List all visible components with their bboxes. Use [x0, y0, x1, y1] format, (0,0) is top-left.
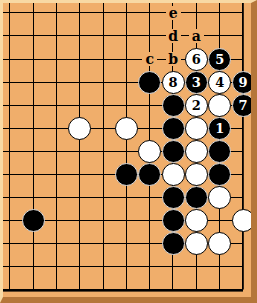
board-intersection [138, 232, 161, 255]
board-intersection [138, 3, 161, 25]
board-intersection [45, 255, 68, 278]
board-intersection [68, 278, 91, 297]
black-stone-7: 7 [232, 94, 252, 117]
black-stone [162, 140, 185, 163]
board-intersection [22, 117, 45, 140]
board-intersection [68, 3, 91, 25]
board-intersection [115, 94, 138, 117]
black-stone [162, 232, 185, 255]
board-intersection [45, 232, 68, 255]
board-intersection [208, 3, 231, 25]
board-intersection [115, 186, 138, 209]
board-intersection [45, 140, 68, 163]
board-intersection [68, 232, 91, 255]
board-intersection [45, 186, 68, 209]
board-intersection [231, 140, 251, 163]
board-intersection [92, 71, 115, 94]
board-intersection [231, 3, 251, 25]
black-stone [162, 186, 185, 209]
board-intersection [231, 232, 251, 255]
point-label-b: b [166, 52, 181, 66]
board-intersection [22, 140, 45, 163]
board-intersection [22, 232, 45, 255]
board-intersection [92, 94, 115, 117]
board-intersection [138, 209, 161, 232]
board-intersection [45, 3, 68, 25]
board-intersection [92, 278, 115, 297]
board-intersection [45, 25, 68, 48]
board-intersection [231, 278, 251, 297]
board-intersection [92, 163, 115, 186]
board-intersection [208, 209, 231, 232]
board-intersection [208, 255, 231, 278]
board-intersection [22, 48, 45, 71]
board-intersection [3, 186, 22, 209]
board-intersection [92, 25, 115, 48]
board-intersection [115, 25, 138, 48]
board-intersection [45, 117, 68, 140]
board-intersection [92, 232, 115, 255]
point-label-d: d [166, 29, 181, 43]
board-intersection [22, 25, 45, 48]
board-intersection [22, 3, 45, 25]
board-intersection [231, 48, 251, 71]
go-board: edacb658349271 [3, 3, 251, 297]
board-intersection [115, 71, 138, 94]
board-intersection [3, 163, 22, 186]
white-stone [185, 209, 208, 232]
board-intersection [115, 140, 138, 163]
board-intersection [68, 140, 91, 163]
board-intersection [68, 186, 91, 209]
board-intersection [138, 25, 161, 48]
board-intersection [92, 255, 115, 278]
board-intersection [231, 163, 251, 186]
board-intersection [22, 94, 45, 117]
board-intersection [92, 186, 115, 209]
board-intersection [3, 255, 22, 278]
black-stone [162, 94, 185, 117]
board-intersection [138, 255, 161, 278]
board-intersection [68, 71, 91, 94]
board-intersection [115, 255, 138, 278]
board-intersection [3, 48, 22, 71]
white-stone-2: 2 [185, 94, 208, 117]
board-intersection [231, 25, 251, 48]
board-intersection [92, 117, 115, 140]
board-intersection [68, 94, 91, 117]
board-intersection [115, 209, 138, 232]
board-intersection [68, 48, 91, 71]
black-stone [185, 186, 208, 209]
board-intersection [138, 117, 161, 140]
board-intersection [45, 163, 68, 186]
board-intersection [185, 3, 208, 25]
board-intersection [185, 278, 208, 297]
black-stone-5: 5 [208, 48, 231, 71]
board-intersection [138, 186, 161, 209]
white-stone-8: 8 [162, 71, 185, 94]
black-stone-9: 9 [232, 71, 252, 94]
black-stone [22, 209, 45, 232]
black-stone-3: 3 [185, 71, 208, 94]
white-stone [162, 163, 185, 186]
board-intersection [115, 3, 138, 25]
board-intersection [92, 140, 115, 163]
board-intersection [3, 209, 22, 232]
white-stone [185, 117, 208, 140]
white-stone-6: 6 [185, 48, 208, 71]
board-intersection [3, 278, 22, 297]
white-stone [185, 163, 208, 186]
board-intersection [45, 278, 68, 297]
board-intersection [115, 278, 138, 297]
board-intersection [3, 94, 22, 117]
black-stone [115, 163, 138, 186]
board-intersection [92, 3, 115, 25]
board-intersection [3, 117, 22, 140]
white-stone [208, 94, 231, 117]
board-intersection [138, 278, 161, 297]
board-intersection [185, 255, 208, 278]
board-intersection [22, 163, 45, 186]
black-stone [138, 71, 161, 94]
board-intersection [22, 71, 45, 94]
point-label-e: e [166, 6, 181, 20]
board-intersection [3, 25, 22, 48]
black-stone [162, 209, 185, 232]
white-stone [185, 140, 208, 163]
board-intersection [68, 25, 91, 48]
board-intersection [45, 94, 68, 117]
board-intersection [22, 186, 45, 209]
white-stone [115, 117, 138, 140]
board-intersection [208, 25, 231, 48]
board-intersection [68, 255, 91, 278]
black-stone-1: 1 [208, 117, 231, 140]
board-intersection [115, 48, 138, 71]
black-stone [162, 117, 185, 140]
board-intersection [22, 255, 45, 278]
point-label-c: c [142, 52, 157, 66]
board-intersection [45, 71, 68, 94]
board-intersection [92, 209, 115, 232]
board-intersection [3, 140, 22, 163]
board-intersection [231, 255, 251, 278]
board-intersection [115, 232, 138, 255]
board-intersection [138, 94, 161, 117]
board-intersection [231, 117, 251, 140]
board-intersection [68, 209, 91, 232]
white-stone-4: 4 [208, 71, 231, 94]
board-intersection [22, 278, 45, 297]
board-intersection [45, 48, 68, 71]
board-intersection [3, 232, 22, 255]
board-intersection [68, 163, 91, 186]
board-intersection [3, 3, 22, 25]
board-intersection [231, 186, 251, 209]
point-label-a: a [189, 29, 204, 43]
board-intersection [208, 278, 231, 297]
go-board-diagram: edacb658349271 [0, 0, 257, 303]
board-intersection [161, 278, 184, 297]
board-intersection [3, 71, 22, 94]
board-intersection [161, 255, 184, 278]
board-intersection [92, 48, 115, 71]
board-intersection [45, 209, 68, 232]
